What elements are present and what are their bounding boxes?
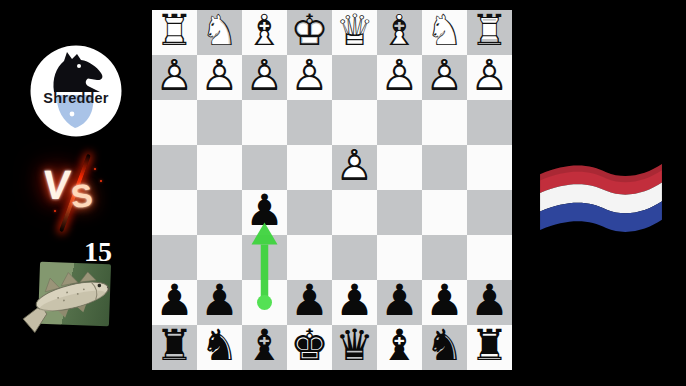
- square-a8[interactable]: ♜: [467, 325, 512, 370]
- white-bishop[interactable]: ♝♗: [377, 10, 422, 55]
- black-rook[interactable]: ♜: [152, 325, 197, 370]
- square-a3[interactable]: [467, 100, 512, 145]
- square-f4[interactable]: [242, 145, 287, 190]
- square-e7[interactable]: ♟: [287, 280, 332, 325]
- shredder-logo-graphic: Shredder: [30, 45, 122, 137]
- white-pawn[interactable]: ♟♙: [377, 55, 422, 100]
- black-pawn[interactable]: ♟: [287, 280, 332, 325]
- square-h1[interactable]: ♜♖: [152, 10, 197, 55]
- square-f3[interactable]: [242, 100, 287, 145]
- white-rook[interactable]: ♜♖: [152, 10, 197, 55]
- square-g7[interactable]: ♟: [197, 280, 242, 325]
- square-f8[interactable]: ♝: [242, 325, 287, 370]
- thumbnail-canvas: Shredder V S 15: [0, 0, 686, 386]
- white-pawn[interactable]: ♟♙: [197, 55, 242, 100]
- square-f7[interactable]: [242, 280, 287, 325]
- black-pawn[interactable]: ♟: [377, 280, 422, 325]
- square-e8[interactable]: ♚: [287, 325, 332, 370]
- square-g6[interactable]: [197, 235, 242, 280]
- square-e6[interactable]: [287, 235, 332, 280]
- square-d7[interactable]: ♟: [332, 280, 377, 325]
- square-c2[interactable]: ♟♙: [377, 55, 422, 100]
- square-d4[interactable]: ♟♙: [332, 145, 377, 190]
- white-rook[interactable]: ♜♖: [467, 10, 512, 55]
- square-g8[interactable]: ♞: [197, 325, 242, 370]
- black-pawn[interactable]: ♟: [242, 190, 287, 235]
- square-c5[interactable]: [377, 190, 422, 235]
- chess-board: ♜♖♞♘♝♗♚♔♛♕♝♗♞♘♜♖♟♙♟♙♟♙♟♙♟♙♟♙♟♙♟♙♟♟♟♟♟♟♟♟…: [152, 10, 512, 370]
- white-queen[interactable]: ♛♕: [332, 10, 377, 55]
- square-a1[interactable]: ♜♖: [467, 10, 512, 55]
- square-b4[interactable]: [422, 145, 467, 190]
- square-c8[interactable]: ♝: [377, 325, 422, 370]
- square-h4[interactable]: [152, 145, 197, 190]
- square-f5[interactable]: ♟: [242, 190, 287, 235]
- white-pawn[interactable]: ♟♙: [467, 55, 512, 100]
- square-f1[interactable]: ♝♗: [242, 10, 287, 55]
- netherlands-flag: [538, 153, 664, 237]
- square-g2[interactable]: ♟♙: [197, 55, 242, 100]
- square-b5[interactable]: [422, 190, 467, 235]
- shredder-logo: Shredder: [30, 45, 122, 137]
- white-king[interactable]: ♚♔: [287, 10, 332, 55]
- black-pawn[interactable]: ♟: [197, 280, 242, 325]
- square-d2[interactable]: [332, 55, 377, 100]
- square-c6[interactable]: [377, 235, 422, 280]
- square-e5[interactable]: [287, 190, 332, 235]
- square-c7[interactable]: ♟: [377, 280, 422, 325]
- square-d6[interactable]: [332, 235, 377, 280]
- square-e3[interactable]: [287, 100, 332, 145]
- white-pawn[interactable]: ♟♙: [242, 55, 287, 100]
- square-g4[interactable]: [197, 145, 242, 190]
- square-b6[interactable]: [422, 235, 467, 280]
- shredder-accent-dot: [70, 112, 75, 117]
- square-a2[interactable]: ♟♙: [467, 55, 512, 100]
- black-bishop[interactable]: ♝: [242, 325, 287, 370]
- square-d1[interactable]: ♛♕: [332, 10, 377, 55]
- versus-letter-s: S: [69, 177, 94, 216]
- square-b8[interactable]: ♞: [422, 325, 467, 370]
- square-a6[interactable]: [467, 235, 512, 280]
- spark-dot: [54, 210, 56, 212]
- white-knight[interactable]: ♞♘: [422, 10, 467, 55]
- white-pawn[interactable]: ♟♙: [152, 55, 197, 100]
- versus-letter-v: V: [41, 162, 72, 209]
- spark-dot: [94, 168, 96, 170]
- square-a5[interactable]: [467, 190, 512, 235]
- fish-icon: [15, 255, 125, 340]
- white-pawn[interactable]: ♟♙: [287, 55, 332, 100]
- square-b7[interactable]: ♟: [422, 280, 467, 325]
- square-h3[interactable]: [152, 100, 197, 145]
- square-d5[interactable]: [332, 190, 377, 235]
- black-knight[interactable]: ♞: [197, 325, 242, 370]
- black-pawn[interactable]: ♟: [467, 280, 512, 325]
- square-c1[interactable]: ♝♗: [377, 10, 422, 55]
- black-pawn[interactable]: ♟: [152, 280, 197, 325]
- square-h2[interactable]: ♟♙: [152, 55, 197, 100]
- square-f6[interactable]: [242, 235, 287, 280]
- square-f2[interactable]: ♟♙: [242, 55, 287, 100]
- black-pawn[interactable]: ♟: [422, 280, 467, 325]
- white-bishop[interactable]: ♝♗: [242, 10, 287, 55]
- square-h7[interactable]: ♟: [152, 280, 197, 325]
- square-b2[interactable]: ♟♙: [422, 55, 467, 100]
- spark-dot: [100, 180, 102, 182]
- black-queen[interactable]: ♛: [332, 325, 377, 370]
- square-h6[interactable]: [152, 235, 197, 280]
- black-knight[interactable]: ♞: [422, 325, 467, 370]
- square-c4[interactable]: [377, 145, 422, 190]
- square-g5[interactable]: [197, 190, 242, 235]
- square-e4[interactable]: [287, 145, 332, 190]
- square-e1[interactable]: ♚♔: [287, 10, 332, 55]
- square-c3[interactable]: [377, 100, 422, 145]
- square-d8[interactable]: ♛: [332, 325, 377, 370]
- square-b1[interactable]: ♞♘: [422, 10, 467, 55]
- square-a7[interactable]: ♟: [467, 280, 512, 325]
- versus-badge: V S: [40, 158, 110, 228]
- square-a4[interactable]: [467, 145, 512, 190]
- shredder-label: Shredder: [43, 90, 108, 106]
- square-g3[interactable]: [197, 100, 242, 145]
- square-e2[interactable]: ♟♙: [287, 55, 332, 100]
- knight-eye-dot: [77, 64, 81, 68]
- white-pawn[interactable]: ♟♙: [332, 145, 377, 190]
- square-g1[interactable]: ♞♘: [197, 10, 242, 55]
- stockfish-logo: [15, 255, 125, 340]
- black-rook[interactable]: ♜: [467, 325, 512, 370]
- white-pawn[interactable]: ♟♙: [422, 55, 467, 100]
- square-h8[interactable]: ♜: [152, 325, 197, 370]
- square-b3[interactable]: [422, 100, 467, 145]
- black-pawn[interactable]: ♟: [332, 280, 377, 325]
- white-knight[interactable]: ♞♘: [197, 10, 242, 55]
- black-king[interactable]: ♚: [287, 325, 332, 370]
- square-d3[interactable]: [332, 100, 377, 145]
- square-h5[interactable]: [152, 190, 197, 235]
- black-bishop[interactable]: ♝: [377, 325, 422, 370]
